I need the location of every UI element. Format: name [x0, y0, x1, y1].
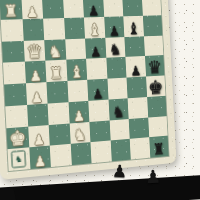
- square-d7[interactable]: ♟: [125, 56, 145, 77]
- square-b1[interactable]: [1, 19, 23, 41]
- white-pawn-g2[interactable]: ♟: [33, 133, 45, 148]
- black-pawn-d7[interactable]: ♟: [130, 64, 141, 78]
- square-f8[interactable]: [147, 96, 167, 118]
- square-b6[interactable]: ♟: [104, 16, 125, 37]
- square-e4[interactable]: [67, 80, 88, 102]
- square-e5[interactable]: ♟: [87, 79, 108, 101]
- black-pawn-c5[interactable]: ♟: [90, 45, 102, 59]
- square-f6[interactable]: ♞: [108, 98, 129, 120]
- black-knight-c6[interactable]: ♞: [109, 42, 122, 58]
- board-logo: ♞: [11, 150, 26, 168]
- square-c7[interactable]: [124, 36, 144, 57]
- square-g5[interactable]: [89, 120, 110, 142]
- square-f7[interactable]: [128, 97, 148, 119]
- square-b3[interactable]: [43, 18, 65, 40]
- square-d6[interactable]: [106, 57, 127, 79]
- square-g7[interactable]: [129, 117, 149, 139]
- board-grid: ♜♟♟♝♟♝♛♞♟♞♟♜♝♟♛♟♟♚♟♞♚♟♞♞♟♜: [0, 0, 169, 171]
- black-queen-d8[interactable]: ♛: [147, 58, 162, 76]
- square-b8[interactable]: [142, 15, 162, 36]
- table-corner-shadow: [0, 187, 16, 200]
- square-f4[interactable]: ♟: [68, 101, 89, 123]
- square-h5[interactable]: [90, 141, 111, 164]
- chess-board: ♜♟♟♝♟♝♛♞♟♞♟♜♝♟♛♟♟♚♟♞♚♟♞♞♟♜: [0, 0, 176, 180]
- square-e8[interactable]: ♚: [146, 75, 166, 96]
- square-d8[interactable]: ♛: [145, 55, 165, 76]
- square-g4[interactable]: ♞: [69, 122, 90, 145]
- square-a6[interactable]: [103, 0, 124, 17]
- square-a8[interactable]: [141, 0, 161, 16]
- white-pawn-f4[interactable]: ♟: [73, 108, 85, 122]
- square-h4[interactable]: [70, 142, 91, 165]
- square-b4[interactable]: [64, 17, 85, 39]
- square-a2[interactable]: ♟: [21, 0, 43, 19]
- square-c2[interactable]: ♛: [23, 40, 45, 62]
- square-e1[interactable]: [4, 83, 26, 106]
- white-pawn-a2[interactable]: ♟: [26, 5, 38, 19]
- square-c4[interactable]: [65, 38, 86, 60]
- square-d3[interactable]: ♜: [45, 60, 67, 82]
- white-bishop-b5[interactable]: ♝: [87, 21, 101, 38]
- square-e2[interactable]: ♟: [25, 82, 47, 105]
- square-h6[interactable]: [110, 139, 131, 161]
- square-g2[interactable]: ♟: [28, 125, 50, 148]
- square-b7[interactable]: ♝: [123, 16, 143, 37]
- captured-black-pawn[interactable]: ♟: [145, 168, 162, 187]
- square-a7[interactable]: [122, 0, 142, 16]
- square-d2[interactable]: ♟: [24, 61, 46, 83]
- white-queen-c2[interactable]: ♛: [26, 42, 43, 61]
- square-a1[interactable]: ♜: [0, 0, 22, 20]
- square-c5[interactable]: ♟: [85, 37, 106, 59]
- square-c3[interactable]: ♞: [44, 39, 66, 61]
- black-knight-f6[interactable]: ♞: [112, 104, 125, 120]
- square-f1[interactable]: [5, 105, 27, 128]
- white-pawn-d2[interactable]: ♟: [29, 69, 41, 83]
- black-pawn-a5[interactable]: ♟: [88, 3, 100, 17]
- square-h8[interactable]: ♜: [149, 136, 169, 158]
- black-rook-h8[interactable]: ♜: [153, 141, 166, 157]
- black-king-e8[interactable]: ♚: [148, 77, 164, 97]
- captured-black-pawn[interactable]: ♟: [112, 163, 128, 181]
- square-g1[interactable]: ♚: [6, 126, 28, 149]
- white-knight-g4[interactable]: ♞: [73, 127, 87, 143]
- square-a3[interactable]: [42, 0, 64, 18]
- black-pawn-e5[interactable]: ♟: [92, 86, 104, 100]
- square-e6[interactable]: [107, 78, 128, 100]
- white-knight-c3[interactable]: ♞: [48, 45, 62, 61]
- square-g6[interactable]: [109, 119, 130, 141]
- square-h2[interactable]: ♟: [29, 146, 51, 169]
- square-f3[interactable]: [48, 102, 70, 125]
- black-bishop-b7[interactable]: ♝: [127, 20, 141, 36]
- square-c8[interactable]: [144, 35, 164, 56]
- square-e7[interactable]: [126, 77, 146, 99]
- square-b5[interactable]: ♝: [84, 17, 105, 38]
- square-d1[interactable]: [3, 62, 25, 85]
- square-d5[interactable]: [86, 58, 107, 80]
- square-g3[interactable]: [49, 123, 71, 146]
- square-c1[interactable]: [2, 40, 24, 62]
- square-f5[interactable]: [88, 99, 109, 121]
- square-b2[interactable]: [22, 18, 44, 40]
- square-a5[interactable]: ♟: [83, 0, 104, 17]
- square-e3[interactable]: [46, 81, 68, 103]
- square-f2[interactable]: [27, 103, 49, 126]
- white-pawn-e2[interactable]: ♟: [31, 90, 43, 104]
- white-king-g1[interactable]: ♚: [9, 128, 27, 149]
- square-g8[interactable]: [148, 116, 168, 138]
- black-pawn-b6[interactable]: ♟: [108, 24, 120, 38]
- white-pawn-h2[interactable]: ♟: [34, 154, 46, 169]
- square-d4[interactable]: ♝: [66, 59, 87, 81]
- square-h7[interactable]: [130, 137, 150, 159]
- white-rook-a1[interactable]: ♜: [4, 3, 18, 19]
- white-rook-d3[interactable]: ♜: [49, 66, 63, 82]
- white-bishop-d4[interactable]: ♝: [69, 64, 84, 81]
- square-c6[interactable]: ♞: [105, 37, 126, 58]
- square-a4[interactable]: [63, 0, 84, 18]
- square-h3[interactable]: [50, 144, 72, 167]
